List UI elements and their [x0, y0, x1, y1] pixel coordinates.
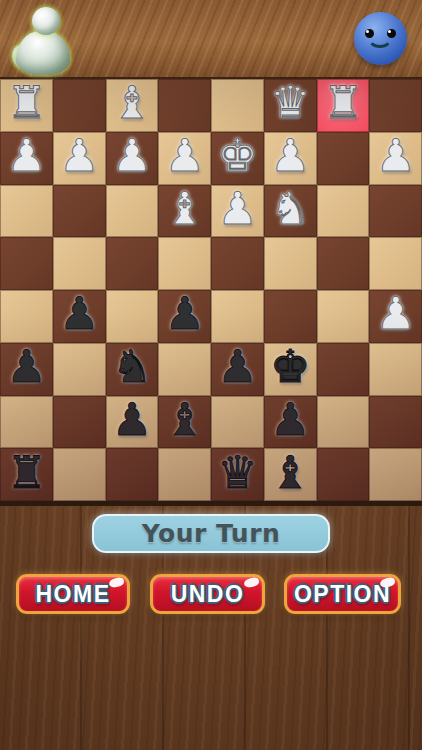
- square-d3[interactable]: ♟: [211, 185, 264, 238]
- square-f7[interactable]: ♟: [106, 396, 159, 449]
- square-h6[interactable]: ♟: [0, 343, 53, 396]
- square-a1[interactable]: [369, 79, 422, 132]
- square-c5[interactable]: [264, 290, 317, 343]
- piece-white-pawn-h2[interactable]: ♟: [6, 130, 46, 182]
- square-g3[interactable]: [53, 185, 106, 238]
- square-a4[interactable]: [369, 237, 422, 290]
- square-b7[interactable]: [317, 396, 370, 449]
- square-b6[interactable]: [317, 343, 370, 396]
- button-gloss-icon: [108, 577, 124, 588]
- piece-white-pawn-c2[interactable]: ♟: [270, 130, 310, 182]
- square-f6[interactable]: ♞: [106, 343, 159, 396]
- square-a7[interactable]: [369, 396, 422, 449]
- piece-white-pawn-a5[interactable]: ♟: [375, 288, 415, 340]
- board-bottom-edge: [0, 501, 422, 506]
- piece-white-rook-b1[interactable]: ♜: [323, 77, 363, 129]
- square-c1[interactable]: ♛: [264, 79, 317, 132]
- square-e5[interactable]: ♟: [158, 290, 211, 343]
- square-f1[interactable]: ♝: [106, 79, 159, 132]
- piece-black-queen-d8[interactable]: ♛: [217, 447, 257, 499]
- person-avatar-body: [16, 31, 70, 75]
- square-h4[interactable]: [0, 237, 53, 290]
- square-f4[interactable]: [106, 237, 159, 290]
- square-h7[interactable]: [0, 396, 53, 449]
- square-f8[interactable]: [106, 448, 159, 501]
- square-g7[interactable]: [53, 396, 106, 449]
- button-gloss-icon: [379, 577, 395, 588]
- option-button-label: OPTION: [294, 581, 391, 608]
- piece-black-rook-h8[interactable]: ♜: [6, 447, 46, 499]
- square-b8[interactable]: [317, 448, 370, 501]
- top-bar: [0, 0, 422, 79]
- square-e2[interactable]: ♟: [158, 132, 211, 185]
- square-b4[interactable]: [317, 237, 370, 290]
- square-e1[interactable]: [158, 79, 211, 132]
- square-e7[interactable]: ♝: [158, 396, 211, 449]
- piece-white-pawn-a2[interactable]: ♟: [375, 130, 415, 182]
- piece-black-king-c6[interactable]: ♚: [270, 341, 310, 393]
- option-button[interactable]: OPTION: [284, 574, 401, 614]
- square-g1[interactable]: [53, 79, 106, 132]
- square-g4[interactable]: [53, 237, 106, 290]
- square-c3[interactable]: ♞: [264, 185, 317, 238]
- square-c6[interactable]: ♚: [264, 343, 317, 396]
- button-gloss-icon: [243, 577, 259, 588]
- person-avatar-head: [32, 7, 60, 35]
- piece-black-knight-f6[interactable]: ♞: [112, 341, 152, 393]
- square-a2[interactable]: ♟: [369, 132, 422, 185]
- square-b1[interactable]: ♜: [317, 79, 370, 132]
- home-button-label: HOME: [36, 581, 111, 608]
- smiley-face-icon: [354, 12, 407, 65]
- square-b5[interactable]: [317, 290, 370, 343]
- piece-white-pawn-g2[interactable]: ♟: [59, 130, 99, 182]
- square-d6[interactable]: ♟: [211, 343, 264, 396]
- piece-black-pawn-d6[interactable]: ♟: [217, 341, 257, 393]
- piece-black-pawn-f7[interactable]: ♟: [112, 394, 152, 446]
- undo-button-label: UNDO: [171, 581, 245, 608]
- piece-black-pawn-h6[interactable]: ♟: [6, 341, 46, 393]
- square-c4[interactable]: [264, 237, 317, 290]
- piece-white-queen-c1[interactable]: ♛: [270, 77, 310, 129]
- square-a5[interactable]: ♟: [369, 290, 422, 343]
- square-a3[interactable]: [369, 185, 422, 238]
- square-e8[interactable]: [158, 448, 211, 501]
- square-a8[interactable]: [369, 448, 422, 501]
- square-g2[interactable]: ♟: [53, 132, 106, 185]
- square-a6[interactable]: [369, 343, 422, 396]
- piece-white-bishop-e3[interactable]: ♝: [164, 183, 204, 235]
- square-d5[interactable]: [211, 290, 264, 343]
- smiley-mouth: [367, 26, 393, 48]
- square-g5[interactable]: ♟: [53, 290, 106, 343]
- piece-black-pawn-e5[interactable]: ♟: [164, 288, 204, 340]
- square-f5[interactable]: [106, 290, 159, 343]
- piece-black-bishop-e7[interactable]: ♝: [164, 394, 204, 446]
- square-b3[interactable]: [317, 185, 370, 238]
- chess-app-screen: ♜♝♛♜♟♟♟♟♚♟♟♝♟♞♟♟♟♟♞♟♚♟♝♟♜♛♝ Your Turn HO…: [0, 0, 422, 750]
- square-g6[interactable]: [53, 343, 106, 396]
- square-e3[interactable]: ♝: [158, 185, 211, 238]
- square-h3[interactable]: [0, 185, 53, 238]
- piece-white-knight-c3[interactable]: ♞: [270, 183, 310, 235]
- piece-white-rook-h1[interactable]: ♜: [6, 77, 46, 129]
- piece-white-pawn-e2[interactable]: ♟: [164, 130, 204, 182]
- square-d1[interactable]: [211, 79, 264, 132]
- square-d8[interactable]: ♛: [211, 448, 264, 501]
- piece-black-bishop-c8[interactable]: ♝: [270, 447, 310, 499]
- square-g8[interactable]: [53, 448, 106, 501]
- turn-status-pill: Your Turn: [92, 514, 330, 553]
- piece-black-pawn-c7[interactable]: ♟: [270, 394, 310, 446]
- square-c7[interactable]: ♟: [264, 396, 317, 449]
- square-h1[interactable]: ♜: [0, 79, 53, 132]
- square-d7[interactable]: [211, 396, 264, 449]
- square-h8[interactable]: ♜: [0, 448, 53, 501]
- piece-white-pawn-f2[interactable]: ♟: [112, 130, 152, 182]
- piece-white-bishop-f1[interactable]: ♝: [112, 77, 152, 129]
- person-avatar-icon: [12, 7, 74, 75]
- square-d2[interactable]: ♚: [211, 132, 264, 185]
- square-f2[interactable]: ♟: [106, 132, 159, 185]
- piece-black-pawn-g5[interactable]: ♟: [59, 288, 99, 340]
- square-h5[interactable]: [0, 290, 53, 343]
- piece-white-pawn-d3[interactable]: ♟: [217, 183, 257, 235]
- undo-button[interactable]: UNDO: [150, 574, 265, 614]
- chess-board: ♜♝♛♜♟♟♟♟♚♟♟♝♟♞♟♟♟♟♞♟♚♟♝♟♜♛♝: [0, 79, 422, 501]
- square-h2[interactable]: ♟: [0, 132, 53, 185]
- square-e4[interactable]: [158, 237, 211, 290]
- square-c8[interactable]: ♝: [264, 448, 317, 501]
- square-b2[interactable]: [317, 132, 370, 185]
- home-button[interactable]: HOME: [16, 574, 130, 614]
- square-c2[interactable]: ♟: [264, 132, 317, 185]
- square-e6[interactable]: [158, 343, 211, 396]
- piece-white-king-d2[interactable]: ♚: [217, 130, 257, 182]
- square-f3[interactable]: [106, 185, 159, 238]
- turn-status-text: Your Turn: [142, 519, 281, 548]
- square-d4[interactable]: [211, 237, 264, 290]
